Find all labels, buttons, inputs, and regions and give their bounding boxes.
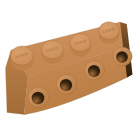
side-stud-2: [56, 75, 76, 95]
side-stud-hole: [88, 65, 100, 77]
side-stud-hole: [116, 51, 128, 63]
top-stud-3: LEGO: [70, 34, 91, 57]
lego-brick-photo: LEGO LEGO LEGO LEGO: [0, 0, 135, 135]
brick: LEGO LEGO LEGO LEGO: [6, 22, 133, 115]
side-stud-hole: [60, 79, 72, 91]
lego-brick-render: LEGO LEGO LEGO LEGO: [0, 0, 135, 135]
side-stud-hole: [32, 92, 45, 104]
top-stud-2: LEGO: [42, 40, 64, 64]
side-stud-4: [113, 47, 132, 66]
top-stud-4: LEGO: [99, 22, 119, 44]
side-stud-1: [28, 87, 49, 107]
top-stud-1: LEGO: [11, 46, 34, 71]
side-stud-3: [85, 61, 105, 81]
